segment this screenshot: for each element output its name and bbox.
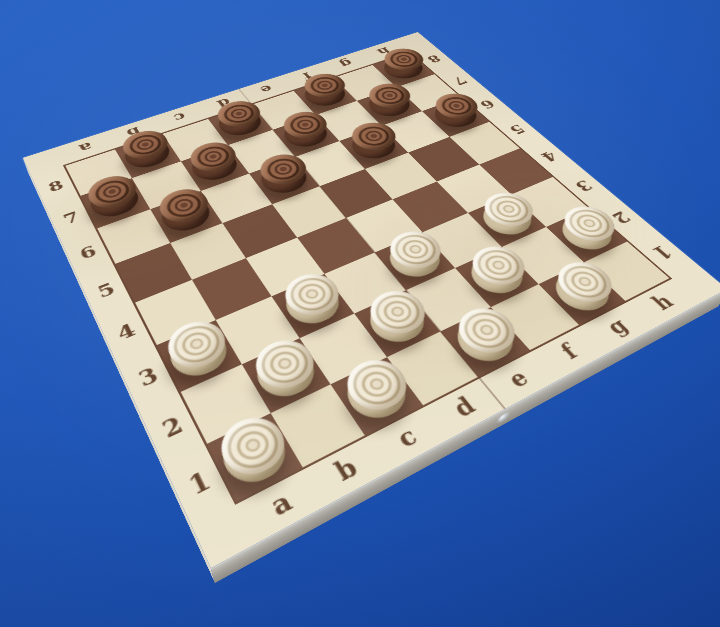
file-label-bottom-d: d [449, 393, 479, 420]
rank-label-right-5: 5 [506, 122, 528, 136]
rank-label-right-8: 8 [424, 53, 443, 64]
rank-label-left-2: 2 [159, 412, 186, 440]
rank-label-right-6: 6 [477, 97, 498, 110]
square-d4[interactable] [297, 218, 375, 274]
file-label-bottom-c: c [393, 423, 421, 451]
file-label-bottom-b: b [331, 453, 362, 484]
file-label-top-g: g [337, 57, 356, 69]
file-label-top-c: c [171, 110, 188, 123]
rank-label-right-7: 7 [450, 74, 470, 86]
rank-label-right-4: 4 [538, 148, 561, 163]
rank-label-left-7: 7 [61, 208, 82, 226]
rank-label-left-4: 4 [114, 319, 138, 342]
square-b5[interactable] [170, 223, 246, 280]
file-label-bottom-h: h [648, 291, 678, 313]
rank-label-left-8: 8 [46, 177, 66, 193]
rank-label-left-1: 1 [185, 466, 214, 498]
table-surface: aabbccddeeffgghh1122334455667788 [0, 0, 720, 627]
file-label-bottom-g: g [602, 314, 631, 337]
rank-label-right-3: 3 [571, 177, 595, 193]
hinge-pin [498, 412, 508, 423]
rank-label-right-1: 1 [648, 242, 675, 261]
file-label-bottom-a: a [266, 487, 295, 519]
file-label-top-e: e [257, 83, 275, 95]
square-a5[interactable] [115, 242, 192, 302]
rank-label-left-3: 3 [135, 363, 161, 389]
square-b4[interactable] [192, 258, 272, 320]
rank-label-left-6: 6 [77, 242, 99, 261]
rank-label-left-5: 5 [95, 279, 118, 300]
file-label-top-a: a [76, 140, 94, 154]
photo-scene: { "game": "checkers", "variant": "Russia… [0, 0, 720, 627]
file-label-bottom-f: f [557, 340, 582, 362]
file-label-bottom-e: e [504, 365, 533, 390]
